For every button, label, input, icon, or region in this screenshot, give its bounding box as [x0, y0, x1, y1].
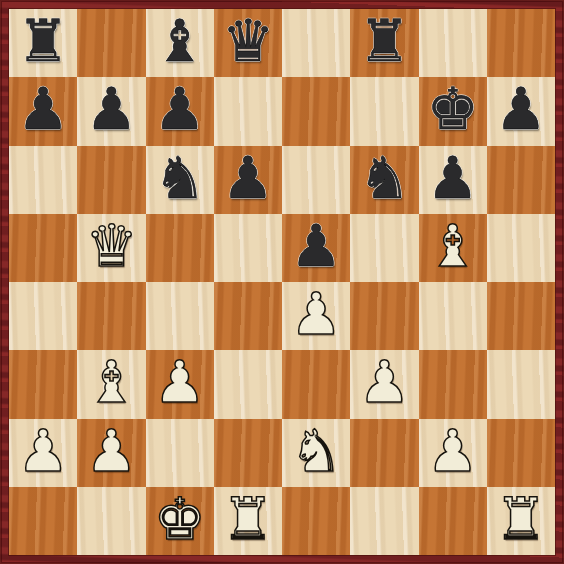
piece-black-rook[interactable]: ♜ — [358, 12, 410, 70]
piece-black-pawn[interactable]: ♟ — [154, 80, 206, 138]
piece-white-bishop[interactable]: ♝ — [85, 353, 137, 411]
square-g5[interactable]: ♝ — [419, 214, 487, 282]
square-d2[interactable] — [214, 419, 282, 487]
square-b5[interactable]: ♛ — [77, 214, 145, 282]
square-g1[interactable] — [419, 487, 487, 555]
square-b2[interactable]: ♟ — [77, 419, 145, 487]
board-frame: ♜♝♛♜♟♟♟♚♟♞♟♞♟♛♟♝♟♝♟♟♟♟♞♟♚♜♜ — [0, 0, 564, 564]
square-e1[interactable] — [282, 487, 350, 555]
square-d7[interactable] — [214, 77, 282, 145]
piece-black-pawn[interactable]: ♟ — [85, 80, 137, 138]
piece-white-rook[interactable]: ♜ — [222, 490, 274, 548]
square-c2[interactable] — [146, 419, 214, 487]
square-b3[interactable]: ♝ — [77, 350, 145, 418]
square-f8[interactable]: ♜ — [350, 9, 418, 77]
square-f4[interactable] — [350, 282, 418, 350]
piece-white-pawn[interactable]: ♟ — [17, 422, 69, 480]
square-f1[interactable] — [350, 487, 418, 555]
square-e5[interactable]: ♟ — [282, 214, 350, 282]
square-c1[interactable]: ♚ — [146, 487, 214, 555]
square-c5[interactable] — [146, 214, 214, 282]
piece-black-rook[interactable]: ♜ — [17, 12, 69, 70]
square-e8[interactable] — [282, 9, 350, 77]
square-b1[interactable] — [77, 487, 145, 555]
square-b4[interactable] — [77, 282, 145, 350]
square-d1[interactable]: ♜ — [214, 487, 282, 555]
piece-white-pawn[interactable]: ♟ — [85, 422, 137, 480]
square-a2[interactable]: ♟ — [9, 419, 77, 487]
square-h2[interactable] — [487, 419, 555, 487]
square-h3[interactable] — [487, 350, 555, 418]
piece-white-pawn[interactable]: ♟ — [358, 353, 410, 411]
square-h4[interactable] — [487, 282, 555, 350]
square-g7[interactable]: ♚ — [419, 77, 487, 145]
piece-black-pawn[interactable]: ♟ — [17, 80, 69, 138]
square-h1[interactable]: ♜ — [487, 487, 555, 555]
square-a8[interactable]: ♜ — [9, 9, 77, 77]
square-h5[interactable] — [487, 214, 555, 282]
piece-white-king[interactable]: ♚ — [154, 490, 206, 548]
square-d5[interactable] — [214, 214, 282, 282]
square-c3[interactable]: ♟ — [146, 350, 214, 418]
piece-white-pawn[interactable]: ♟ — [290, 285, 342, 343]
piece-black-pawn[interactable]: ♟ — [427, 149, 479, 207]
square-b6[interactable] — [77, 146, 145, 214]
square-g4[interactable] — [419, 282, 487, 350]
square-d6[interactable]: ♟ — [214, 146, 282, 214]
piece-white-queen[interactable]: ♛ — [85, 217, 137, 275]
square-c4[interactable] — [146, 282, 214, 350]
square-g2[interactable]: ♟ — [419, 419, 487, 487]
piece-white-rook[interactable]: ♜ — [495, 490, 547, 548]
square-h6[interactable] — [487, 146, 555, 214]
piece-white-pawn[interactable]: ♟ — [154, 353, 206, 411]
square-d8[interactable]: ♛ — [214, 9, 282, 77]
square-d3[interactable] — [214, 350, 282, 418]
square-d4[interactable] — [214, 282, 282, 350]
square-a1[interactable] — [9, 487, 77, 555]
square-f5[interactable] — [350, 214, 418, 282]
square-e3[interactable] — [282, 350, 350, 418]
square-c6[interactable]: ♞ — [146, 146, 214, 214]
square-e7[interactable] — [282, 77, 350, 145]
square-c7[interactable]: ♟ — [146, 77, 214, 145]
square-f7[interactable] — [350, 77, 418, 145]
piece-white-knight[interactable]: ♞ — [290, 422, 342, 480]
square-g3[interactable] — [419, 350, 487, 418]
square-e2[interactable]: ♞ — [282, 419, 350, 487]
square-f6[interactable]: ♞ — [350, 146, 418, 214]
square-e6[interactable] — [282, 146, 350, 214]
piece-black-pawn[interactable]: ♟ — [495, 80, 547, 138]
piece-black-pawn[interactable]: ♟ — [290, 217, 342, 275]
square-a5[interactable] — [9, 214, 77, 282]
piece-black-knight[interactable]: ♞ — [154, 149, 206, 207]
square-h7[interactable]: ♟ — [487, 77, 555, 145]
piece-white-pawn[interactable]: ♟ — [427, 422, 479, 480]
square-b7[interactable]: ♟ — [77, 77, 145, 145]
square-f3[interactable]: ♟ — [350, 350, 418, 418]
square-f2[interactable] — [350, 419, 418, 487]
square-h8[interactable] — [487, 9, 555, 77]
piece-black-pawn[interactable]: ♟ — [222, 149, 274, 207]
square-a4[interactable] — [9, 282, 77, 350]
square-c8[interactable]: ♝ — [146, 9, 214, 77]
square-a6[interactable] — [9, 146, 77, 214]
piece-black-king[interactable]: ♚ — [427, 80, 479, 138]
piece-white-bishop[interactable]: ♝ — [427, 217, 479, 275]
chess-board: ♜♝♛♜♟♟♟♚♟♞♟♞♟♛♟♝♟♝♟♟♟♟♞♟♚♜♜ — [9, 9, 555, 555]
square-e4[interactable]: ♟ — [282, 282, 350, 350]
piece-black-queen[interactable]: ♛ — [222, 12, 274, 70]
square-g8[interactable] — [419, 9, 487, 77]
piece-black-knight[interactable]: ♞ — [358, 149, 410, 207]
square-g6[interactable]: ♟ — [419, 146, 487, 214]
piece-black-bishop[interactable]: ♝ — [154, 12, 206, 70]
square-a7[interactable]: ♟ — [9, 77, 77, 145]
square-b8[interactable] — [77, 9, 145, 77]
square-a3[interactable] — [9, 350, 77, 418]
